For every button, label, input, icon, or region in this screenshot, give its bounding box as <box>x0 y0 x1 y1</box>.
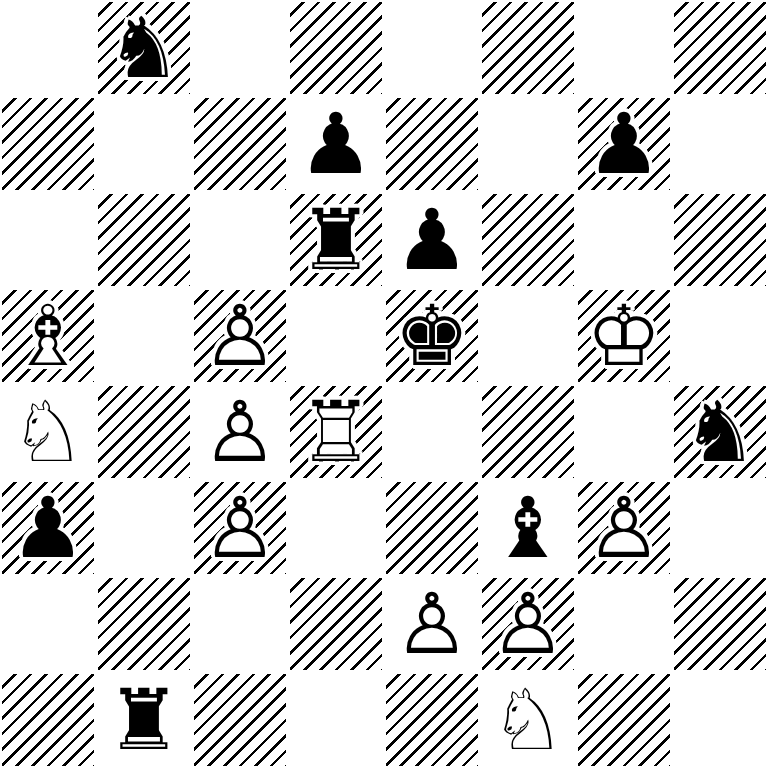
square-g4[interactable] <box>576 384 672 480</box>
white-pawn-piece[interactable]: ♟♙ <box>480 576 576 672</box>
square-b8[interactable]: ♞ <box>96 0 192 96</box>
square-a1[interactable] <box>0 672 96 768</box>
piece-glyph-fill: ♟ <box>0 480 96 576</box>
square-c2[interactable] <box>192 576 288 672</box>
white-pawn-piece[interactable]: ♟♙ <box>192 384 288 480</box>
square-h3[interactable] <box>672 480 768 576</box>
piece-glyph-outline: ♙ <box>384 576 480 672</box>
square-d5[interactable] <box>288 288 384 384</box>
square-b6[interactable] <box>96 192 192 288</box>
square-g8[interactable] <box>576 0 672 96</box>
square-g3[interactable]: ♟♙ <box>576 480 672 576</box>
square-a7[interactable] <box>0 96 96 192</box>
piece-glyph-fill: ♚ <box>384 288 480 384</box>
square-g5[interactable]: ♚♔ <box>576 288 672 384</box>
white-knight-piece[interactable]: ♞♘ <box>480 672 576 768</box>
square-d6[interactable]: ♜ <box>288 192 384 288</box>
piece-glyph-fill: ♞ <box>672 384 768 480</box>
black-knight-piece[interactable]: ♞ <box>96 0 192 96</box>
black-pawn-piece[interactable]: ♟ <box>0 480 96 576</box>
square-a8[interactable] <box>0 0 96 96</box>
square-f4[interactable] <box>480 384 576 480</box>
piece-glyph-fill: ♟ <box>576 96 672 192</box>
square-f5[interactable] <box>480 288 576 384</box>
square-h6[interactable] <box>672 192 768 288</box>
white-pawn-piece[interactable]: ♟♙ <box>384 576 480 672</box>
white-knight-piece[interactable]: ♞♘ <box>0 384 96 480</box>
square-e1[interactable] <box>384 672 480 768</box>
white-pawn-piece[interactable]: ♟♙ <box>192 288 288 384</box>
white-pawn-piece[interactable]: ♟♙ <box>192 480 288 576</box>
square-a3[interactable]: ♟ <box>0 480 96 576</box>
square-f2[interactable]: ♟♙ <box>480 576 576 672</box>
square-h5[interactable] <box>672 288 768 384</box>
piece-glyph-outline: ♙ <box>576 480 672 576</box>
square-e7[interactable] <box>384 96 480 192</box>
square-a4[interactable]: ♞♘ <box>0 384 96 480</box>
piece-glyph-outline: ♘ <box>0 384 96 480</box>
white-pawn-piece[interactable]: ♟♙ <box>576 480 672 576</box>
square-g1[interactable] <box>576 672 672 768</box>
square-c7[interactable] <box>192 96 288 192</box>
white-king-piece[interactable]: ♚♔ <box>576 288 672 384</box>
square-a6[interactable] <box>0 192 96 288</box>
black-rook-piece[interactable]: ♜ <box>288 192 384 288</box>
square-b2[interactable] <box>96 576 192 672</box>
black-pawn-piece[interactable]: ♟ <box>384 192 480 288</box>
square-c4[interactable]: ♟♙ <box>192 384 288 480</box>
square-f6[interactable] <box>480 192 576 288</box>
square-a2[interactable] <box>0 576 96 672</box>
square-h8[interactable] <box>672 0 768 96</box>
piece-glyph-fill: ♟ <box>288 96 384 192</box>
square-b3[interactable] <box>96 480 192 576</box>
square-b4[interactable] <box>96 384 192 480</box>
piece-glyph-fill: ♜ <box>96 672 192 768</box>
piece-glyph-outline: ♙ <box>192 288 288 384</box>
chess-board: ♞♟♟♜♟♝♗♟♙♚♚♔♞♘♟♙♜♖♞♟♟♙♝♟♙♟♙♟♙♜♞♘ <box>0 0 768 768</box>
black-pawn-piece[interactable]: ♟ <box>576 96 672 192</box>
square-g7[interactable]: ♟ <box>576 96 672 192</box>
square-c6[interactable] <box>192 192 288 288</box>
piece-glyph-outline: ♙ <box>480 576 576 672</box>
white-rook-piece[interactable]: ♜♖ <box>288 384 384 480</box>
square-c5[interactable]: ♟♙ <box>192 288 288 384</box>
piece-glyph-outline: ♘ <box>480 672 576 768</box>
square-f1[interactable]: ♞♘ <box>480 672 576 768</box>
square-b1[interactable]: ♜ <box>96 672 192 768</box>
square-c1[interactable] <box>192 672 288 768</box>
square-d4[interactable]: ♜♖ <box>288 384 384 480</box>
square-d7[interactable]: ♟ <box>288 96 384 192</box>
square-h1[interactable] <box>672 672 768 768</box>
square-f8[interactable] <box>480 0 576 96</box>
black-pawn-piece[interactable]: ♟ <box>288 96 384 192</box>
square-h2[interactable] <box>672 576 768 672</box>
square-h4[interactable]: ♞ <box>672 384 768 480</box>
piece-glyph-outline: ♗ <box>0 288 96 384</box>
square-e3[interactable] <box>384 480 480 576</box>
piece-glyph-fill: ♞ <box>96 0 192 96</box>
square-b5[interactable] <box>96 288 192 384</box>
piece-glyph-fill: ♜ <box>288 192 384 288</box>
square-e5[interactable]: ♚ <box>384 288 480 384</box>
square-b7[interactable] <box>96 96 192 192</box>
square-f3[interactable]: ♝ <box>480 480 576 576</box>
piece-glyph-fill: ♟ <box>384 192 480 288</box>
black-king-piece[interactable]: ♚ <box>384 288 480 384</box>
square-d2[interactable] <box>288 576 384 672</box>
square-e8[interactable] <box>384 0 480 96</box>
piece-glyph-outline: ♖ <box>288 384 384 480</box>
black-bishop-piece[interactable]: ♝ <box>480 480 576 576</box>
square-e6[interactable]: ♟ <box>384 192 480 288</box>
square-h7[interactable] <box>672 96 768 192</box>
square-d1[interactable] <box>288 672 384 768</box>
square-f7[interactable] <box>480 96 576 192</box>
square-d3[interactable] <box>288 480 384 576</box>
black-rook-piece[interactable]: ♜ <box>96 672 192 768</box>
piece-glyph-fill: ♝ <box>480 480 576 576</box>
square-c3[interactable]: ♟♙ <box>192 480 288 576</box>
square-a5[interactable]: ♝♗ <box>0 288 96 384</box>
square-g2[interactable] <box>576 576 672 672</box>
piece-glyph-outline: ♔ <box>576 288 672 384</box>
square-e4[interactable] <box>384 384 480 480</box>
white-bishop-piece[interactable]: ♝♗ <box>0 288 96 384</box>
square-c8[interactable] <box>192 0 288 96</box>
square-e2[interactable]: ♟♙ <box>384 576 480 672</box>
square-g6[interactable] <box>576 192 672 288</box>
piece-glyph-outline: ♙ <box>192 384 288 480</box>
black-knight-piece[interactable]: ♞ <box>672 384 768 480</box>
piece-glyph-outline: ♙ <box>192 480 288 576</box>
square-d8[interactable] <box>288 0 384 96</box>
